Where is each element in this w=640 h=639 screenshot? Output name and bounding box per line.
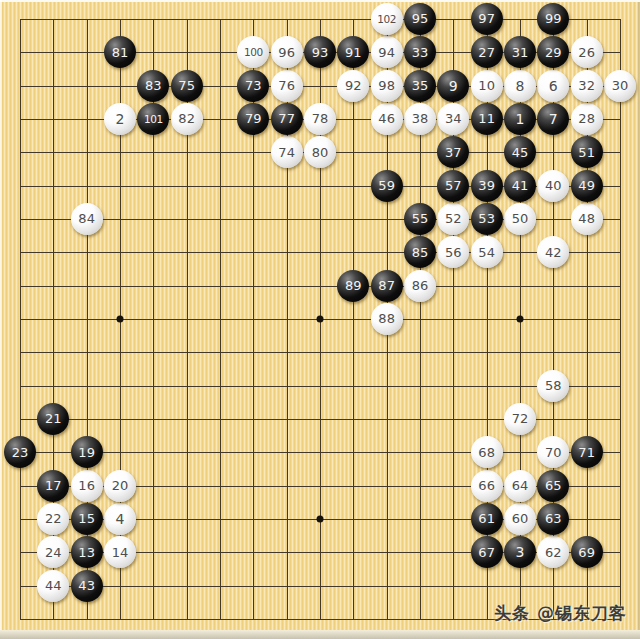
stone-black-move-17: 17 [37,470,69,502]
stone-white-move-92: 92 [337,70,369,102]
stone-white-move-24: 24 [37,536,69,568]
stone-black-move-65: 65 [537,470,569,502]
stone-black-move-85: 85 [404,236,436,268]
stone-black-move-1: 1 [504,103,536,135]
go-board: 1234678910111314151617192021222324262728… [3,2,636,635]
stone-white-move-78: 78 [304,103,336,135]
stone-black-move-45: 45 [504,136,536,168]
stone-white-move-86: 86 [404,270,436,302]
stone-black-move-73: 73 [237,70,269,102]
stone-white-move-66: 66 [471,470,503,502]
stone-white-move-4: 4 [104,503,136,535]
stone-black-move-95: 95 [404,3,436,35]
stone-black-move-87: 87 [371,270,403,302]
board-edge-top [0,0,640,2]
stone-black-move-49: 49 [571,170,603,202]
stone-black-move-29: 29 [537,36,569,68]
stone-black-move-7: 7 [537,103,569,135]
stone-white-move-64: 64 [504,470,536,502]
board-edge-left [0,0,2,630]
stone-black-move-3: 3 [504,536,536,568]
stone-white-move-10: 10 [471,70,503,102]
stone-white-move-76: 76 [271,70,303,102]
stone-white-move-20: 20 [104,470,136,502]
stone-black-move-97: 97 [471,3,503,35]
stone-white-move-44: 44 [37,570,69,602]
stone-white-move-26: 26 [571,36,603,68]
stone-black-move-23: 23 [4,436,36,468]
stone-black-move-55: 55 [404,203,436,235]
stone-white-move-102: 102 [371,3,403,35]
stone-white-move-40: 40 [537,170,569,202]
stone-white-move-34: 34 [437,103,469,135]
stone-black-move-91: 91 [337,36,369,68]
stone-black-move-35: 35 [404,70,436,102]
stone-black-move-11: 11 [471,103,503,135]
go-kifu-diagram: 1234678910111314151617192021222324262728… [0,0,640,639]
stone-white-move-28: 28 [571,103,603,135]
stone-white-move-50: 50 [504,203,536,235]
stone-black-move-33: 33 [404,36,436,68]
stone-white-move-48: 48 [571,203,603,235]
stone-black-move-81: 81 [104,36,136,68]
stone-black-move-99: 99 [537,3,569,35]
stone-black-move-71: 71 [571,436,603,468]
board-edge-bottom [0,630,640,639]
stone-white-move-84: 84 [71,203,103,235]
stone-black-move-15: 15 [71,503,103,535]
stone-white-move-100: 100 [237,36,269,68]
stone-white-move-96: 96 [271,36,303,68]
stone-white-move-80: 80 [304,136,336,168]
stone-white-move-30: 30 [604,70,636,102]
stone-white-move-54: 54 [471,236,503,268]
stone-black-move-83: 83 [137,70,169,102]
stone-black-move-59: 59 [371,170,403,202]
stone-black-move-43: 43 [71,570,103,602]
stone-black-move-51: 51 [571,136,603,168]
stone-black-move-69: 69 [571,536,603,568]
stone-white-move-88: 88 [371,303,403,335]
stone-black-move-13: 13 [71,536,103,568]
stone-black-move-19: 19 [71,436,103,468]
stone-white-move-56: 56 [437,236,469,268]
stone-white-move-14: 14 [104,536,136,568]
stone-black-move-41: 41 [504,170,536,202]
stone-black-move-63: 63 [537,503,569,535]
stone-white-move-94: 94 [371,36,403,68]
stone-black-move-75: 75 [171,70,203,102]
stone-black-move-89: 89 [337,270,369,302]
stone-white-move-52: 52 [437,203,469,235]
stone-black-move-93: 93 [304,36,336,68]
stone-white-move-70: 70 [537,436,569,468]
stone-white-move-98: 98 [371,70,403,102]
stone-black-move-57: 57 [437,170,469,202]
stone-white-move-38: 38 [404,103,436,135]
stone-black-move-79: 79 [237,103,269,135]
watermark-text: 头条 @锡东刀客 [494,602,627,625]
stone-black-move-61: 61 [471,503,503,535]
stone-white-move-8: 8 [504,70,536,102]
stone-black-move-31: 31 [504,36,536,68]
stone-white-move-68: 68 [471,436,503,468]
stone-white-move-42: 42 [537,236,569,268]
stone-white-move-32: 32 [571,70,603,102]
stone-white-move-46: 46 [371,103,403,135]
stone-white-move-22: 22 [37,503,69,535]
stone-white-move-16: 16 [71,470,103,502]
stone-white-move-58: 58 [537,370,569,402]
stone-black-move-9: 9 [437,70,469,102]
stone-white-move-62: 62 [537,536,569,568]
stone-white-move-60: 60 [504,503,536,535]
stone-white-move-2: 2 [104,103,136,135]
stone-black-move-21: 21 [37,403,69,435]
stone-black-move-67: 67 [471,536,503,568]
stone-white-move-74: 74 [271,136,303,168]
stone-black-move-37: 37 [437,136,469,168]
stone-white-move-72: 72 [504,403,536,435]
stone-black-move-27: 27 [471,36,503,68]
stone-black-move-77: 77 [271,103,303,135]
stone-white-move-6: 6 [537,70,569,102]
stone-black-move-39: 39 [471,170,503,202]
stone-black-move-53: 53 [471,203,503,235]
stone-black-move-101: 101 [137,103,169,135]
stone-white-move-82: 82 [171,103,203,135]
